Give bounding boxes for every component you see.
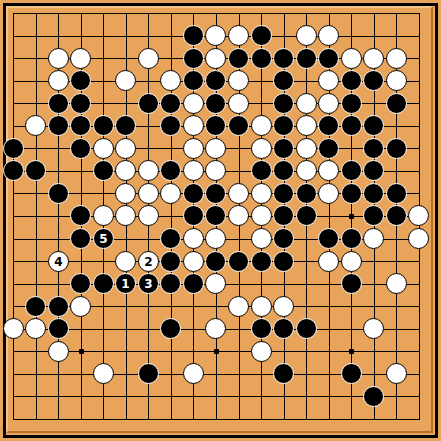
white-stone [138,160,159,181]
black-stone [48,93,69,114]
numbered-stone-1: 1 [115,273,136,294]
black-stone [228,48,249,69]
white-stone [363,318,384,339]
white-stone [115,205,136,226]
black-stone [341,273,362,294]
black-stone [251,160,272,181]
black-stone [318,228,339,249]
black-stone [386,93,407,114]
grid-line-horizontal [13,419,420,420]
white-stone [183,228,204,249]
white-stone [183,115,204,136]
black-stone [341,115,362,136]
black-stone [205,93,226,114]
white-stone [251,115,272,136]
black-stone [205,70,226,91]
white-stone [296,138,317,159]
black-stone [183,70,204,91]
black-stone [273,205,294,226]
white-stone [115,138,136,159]
black-stone [183,205,204,226]
star-point-icon [79,349,84,354]
go-board[interactable]: 54213 [0,0,441,441]
white-stone [160,70,181,91]
black-stone [341,228,362,249]
white-stone [386,273,407,294]
white-stone [160,183,181,204]
white-stone [205,25,226,46]
black-stone [3,138,24,159]
black-stone [296,318,317,339]
white-stone [48,48,69,69]
white-stone [228,70,249,91]
white-stone [296,160,317,181]
black-stone [363,386,384,407]
black-stone [183,48,204,69]
black-stone [318,138,339,159]
black-stone [228,115,249,136]
white-stone [183,251,204,272]
black-stone [341,363,362,384]
black-stone [160,251,181,272]
white-stone [115,70,136,91]
white-stone [228,25,249,46]
white-stone [251,296,272,317]
black-stone [341,70,362,91]
black-stone [228,251,249,272]
white-stone [251,183,272,204]
grid-line-horizontal [13,396,420,397]
black-stone [70,93,91,114]
white-stone [183,160,204,181]
star-point-icon [349,214,354,219]
white-stone [25,318,46,339]
white-stone [115,251,136,272]
white-stone [296,115,317,136]
black-stone [363,160,384,181]
white-stone [70,48,91,69]
black-stone [48,183,69,204]
white-stone [183,138,204,159]
black-stone [205,251,226,272]
white-stone [93,363,114,384]
black-stone [363,70,384,91]
white-stone [115,183,136,204]
white-stone [251,341,272,362]
white-stone [138,205,159,226]
black-stone [251,25,272,46]
black-stone [160,160,181,181]
black-stone [296,205,317,226]
white-stone [115,160,136,181]
white-stone [228,296,249,317]
black-stone [160,93,181,114]
numbered-stone-4: 4 [48,251,69,272]
black-stone [318,115,339,136]
star-point-icon [214,349,219,354]
white-stone [251,138,272,159]
black-stone [273,228,294,249]
numbered-stone-5: 5 [93,228,114,249]
white-stone [386,48,407,69]
black-stone [70,273,91,294]
black-stone [205,205,226,226]
black-stone [273,363,294,384]
black-stone [341,93,362,114]
white-stone [205,273,226,294]
black-stone [70,138,91,159]
white-stone [341,251,362,272]
black-stone [115,115,136,136]
black-stone [273,183,294,204]
star-point-icon [349,349,354,354]
black-stone [70,70,91,91]
white-stone [70,296,91,317]
black-stone [273,93,294,114]
black-stone [205,115,226,136]
black-stone [251,318,272,339]
numbered-stone-2: 2 [138,251,159,272]
black-stone [386,205,407,226]
black-stone [183,25,204,46]
black-stone [296,48,317,69]
white-stone [93,205,114,226]
white-stone [228,205,249,226]
black-stone [48,318,69,339]
black-stone [93,273,114,294]
white-stone [93,138,114,159]
white-stone [205,138,226,159]
black-stone [363,205,384,226]
white-stone [183,363,204,384]
black-stone [318,48,339,69]
black-stone [273,48,294,69]
white-stone [25,115,46,136]
black-stone [3,160,24,181]
white-stone [3,318,24,339]
black-stone [93,115,114,136]
white-stone [296,93,317,114]
black-stone [205,183,226,204]
black-stone [273,318,294,339]
white-stone [318,183,339,204]
black-stone [273,115,294,136]
black-stone [273,160,294,181]
black-stone [48,296,69,317]
white-stone [363,48,384,69]
white-stone [318,160,339,181]
black-stone [160,318,181,339]
black-stone [251,251,272,272]
black-stone [160,115,181,136]
white-stone [341,48,362,69]
white-stone [318,93,339,114]
black-stone [363,138,384,159]
numbered-stone-3: 3 [138,273,159,294]
white-stone [48,341,69,362]
black-stone [341,183,362,204]
black-stone [273,251,294,272]
black-stone [138,363,159,384]
white-stone [386,70,407,91]
black-stone [93,160,114,181]
white-stone [205,48,226,69]
white-stone [318,251,339,272]
black-stone [273,70,294,91]
white-stone [273,296,294,317]
black-stone [183,273,204,294]
black-stone [160,273,181,294]
white-stone [386,363,407,384]
white-stone [205,228,226,249]
black-stone [70,205,91,226]
black-stone [160,228,181,249]
black-stone [25,296,46,317]
black-stone [296,183,317,204]
white-stone [48,70,69,91]
black-stone [70,115,91,136]
white-stone [408,228,429,249]
black-stone [25,160,46,181]
black-stone [363,115,384,136]
go-diagram: 54213 [0,0,441,441]
black-stone [48,115,69,136]
white-stone [318,70,339,91]
white-stone [205,318,226,339]
black-stone [363,183,384,204]
black-stone [386,183,407,204]
white-stone [183,93,204,114]
black-stone [386,138,407,159]
black-stone [70,228,91,249]
black-stone [273,138,294,159]
white-stone [138,183,159,204]
black-stone [251,48,272,69]
black-stone [341,160,362,181]
white-stone [296,25,317,46]
white-stone [205,160,226,181]
white-stone [251,205,272,226]
white-stone [138,48,159,69]
white-stone [363,228,384,249]
white-stone [408,205,429,226]
black-stone [183,183,204,204]
white-stone [318,25,339,46]
white-stone [251,228,272,249]
white-stone [228,93,249,114]
black-stone [138,93,159,114]
white-stone [228,183,249,204]
